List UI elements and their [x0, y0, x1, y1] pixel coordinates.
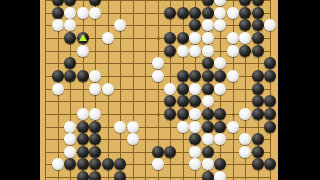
go-stone-black [77, 70, 89, 82]
go-stone-black [64, 32, 76, 44]
go-stone-black [77, 158, 89, 170]
go-stone-black [164, 45, 176, 57]
grid-line-horizontal [45, 25, 271, 26]
go-stone-black [202, 146, 214, 158]
go-stone-black [252, 32, 264, 44]
go-stone-black [264, 95, 276, 107]
go-stone-white [214, 83, 226, 95]
go-stone-black [264, 57, 276, 69]
go-stone-black [164, 146, 176, 158]
go-stone-black [102, 158, 114, 170]
go-stone-black [52, 0, 64, 6]
go-stone-white [202, 45, 214, 57]
go-stone-white [227, 32, 239, 44]
triangle-marker-icon [79, 34, 87, 41]
go-stone-black [177, 7, 189, 19]
go-stone-black [252, 83, 264, 95]
go-stone-black [189, 133, 201, 145]
go-stone-black [177, 83, 189, 95]
go-stone-black [252, 45, 264, 57]
go-stone-black [264, 70, 276, 82]
hoshi-dot [157, 113, 160, 116]
go-stone-black [152, 146, 164, 158]
go-stone-white [114, 19, 126, 31]
go-stone-white [239, 108, 251, 120]
go-stone-black [114, 158, 126, 170]
go-stone-black [202, 70, 214, 82]
go-stone-white [189, 158, 201, 170]
go-stone-black [189, 95, 201, 107]
go-stone-black [264, 121, 276, 133]
go-stone-white [214, 0, 226, 6]
go-stone-black [252, 19, 264, 31]
go-stone-white [64, 7, 76, 19]
go-stone-white [264, 19, 276, 31]
grid-line-horizontal [45, 101, 271, 102]
go-stone-white [227, 121, 239, 133]
go-stone-black [89, 121, 101, 133]
grid-line-vertical [145, 0, 146, 180]
go-stone-black [164, 108, 176, 120]
go-stone-black [89, 0, 101, 6]
go-stone-black [77, 171, 89, 180]
go-stone-black [77, 146, 89, 158]
go-stone-white [214, 7, 226, 19]
grid-line-vertical [45, 0, 46, 180]
go-stone-black [264, 108, 276, 120]
grid-line-horizontal [45, 89, 271, 90]
hoshi-dot [232, 113, 235, 116]
grid-line-vertical [133, 0, 134, 180]
go-stone-white [89, 7, 101, 19]
go-stone-white [52, 19, 64, 31]
go-stone-white [177, 45, 189, 57]
go-stone-black [252, 158, 264, 170]
go-stone-black [89, 146, 101, 158]
go-stone-white [227, 7, 239, 19]
go-stone-white [77, 108, 89, 120]
go-stone-black [177, 70, 189, 82]
go-stone-white [102, 32, 114, 44]
go-stone-black [202, 108, 214, 120]
go-stone-white [239, 32, 251, 44]
go-stone-black [252, 95, 264, 107]
go-stone-black [177, 95, 189, 107]
go-stone-black [202, 121, 214, 133]
go-stone-white [102, 83, 114, 95]
go-stone-white [64, 19, 76, 31]
go-stone-black [189, 70, 201, 82]
go-stone-white [214, 19, 226, 31]
go-stone-white [64, 133, 76, 145]
go-stone-white [164, 83, 176, 95]
go-stone-black [252, 7, 264, 19]
go-stone-white [127, 133, 139, 145]
go-stone-white [127, 121, 139, 133]
go-stone-black [202, 83, 214, 95]
go-stone-black [64, 57, 76, 69]
go-stone-black [177, 108, 189, 120]
go-stone-white [77, 45, 89, 57]
go-stone-white [89, 108, 101, 120]
go-stone-white [214, 57, 226, 69]
go-stone-white [227, 45, 239, 57]
go-stone-white [189, 83, 201, 95]
go-stone-black [252, 108, 264, 120]
go-stone-white [152, 70, 164, 82]
go-stone-black [214, 158, 226, 170]
go-stone-white [152, 57, 164, 69]
go-stone-black [252, 133, 264, 145]
go-stone-white [202, 133, 214, 145]
go-stone-white [114, 121, 126, 133]
go-stone-black [89, 158, 101, 170]
go-stone-black [214, 70, 226, 82]
go-stone-black [164, 7, 176, 19]
go-stone-black [52, 7, 64, 19]
go-stone-black [189, 19, 201, 31]
go-stone-black [177, 32, 189, 44]
go-stone-black [77, 133, 89, 145]
go-stone-white [152, 158, 164, 170]
go-stone-white [239, 146, 251, 158]
go-stone-white [52, 158, 64, 170]
go-game-screenshot [0, 0, 320, 180]
go-stone-white [202, 158, 214, 170]
go-board[interactable] [40, 0, 278, 180]
go-stone-white [189, 108, 201, 120]
go-stone-black [52, 70, 64, 82]
go-stone-white [214, 171, 226, 180]
go-stone-white [189, 146, 201, 158]
go-stone-black [164, 95, 176, 107]
go-stone-black [64, 158, 76, 170]
go-stone-black [64, 0, 76, 6]
letterbox-right [278, 0, 320, 180]
go-stone-white [214, 133, 226, 145]
go-stone-white [189, 121, 201, 133]
go-stone-white [189, 32, 201, 44]
go-stone-black [214, 108, 226, 120]
go-stone-white [202, 32, 214, 44]
go-stone-white [89, 83, 101, 95]
go-stone-white [64, 121, 76, 133]
go-stone-white [202, 19, 214, 31]
go-stone-black [202, 7, 214, 19]
go-stone-black [202, 57, 214, 69]
go-stone-white [52, 83, 64, 95]
go-stone-white [177, 121, 189, 133]
go-stone-white [227, 70, 239, 82]
go-stone-black [89, 133, 101, 145]
go-stone-black [214, 121, 226, 133]
go-stone-white [202, 95, 214, 107]
letterbox-left [0, 0, 40, 180]
go-stone-black [252, 146, 264, 158]
go-stone-black [64, 70, 76, 82]
go-stone-white [89, 70, 101, 82]
go-stone-black [239, 19, 251, 31]
hoshi-dot [157, 37, 160, 40]
grid-line-horizontal [45, 0, 271, 1]
go-stone-black [239, 0, 251, 6]
go-stone-black [189, 7, 201, 19]
go-stone-black [252, 70, 264, 82]
go-stone-black [202, 171, 214, 180]
go-stone-black [164, 32, 176, 44]
go-stone-black [89, 171, 101, 180]
go-stone-white [189, 45, 201, 57]
go-stone-white [77, 7, 89, 19]
go-stone-black [264, 158, 276, 170]
go-stone-black [77, 121, 89, 133]
go-stone-black [239, 7, 251, 19]
go-stone-black [114, 171, 126, 180]
go-stone-black [252, 0, 264, 6]
go-stone-white [64, 146, 76, 158]
grid-line-vertical [233, 0, 234, 180]
go-stone-white [239, 133, 251, 145]
go-stone-black [202, 0, 214, 6]
go-stone-black [239, 45, 251, 57]
